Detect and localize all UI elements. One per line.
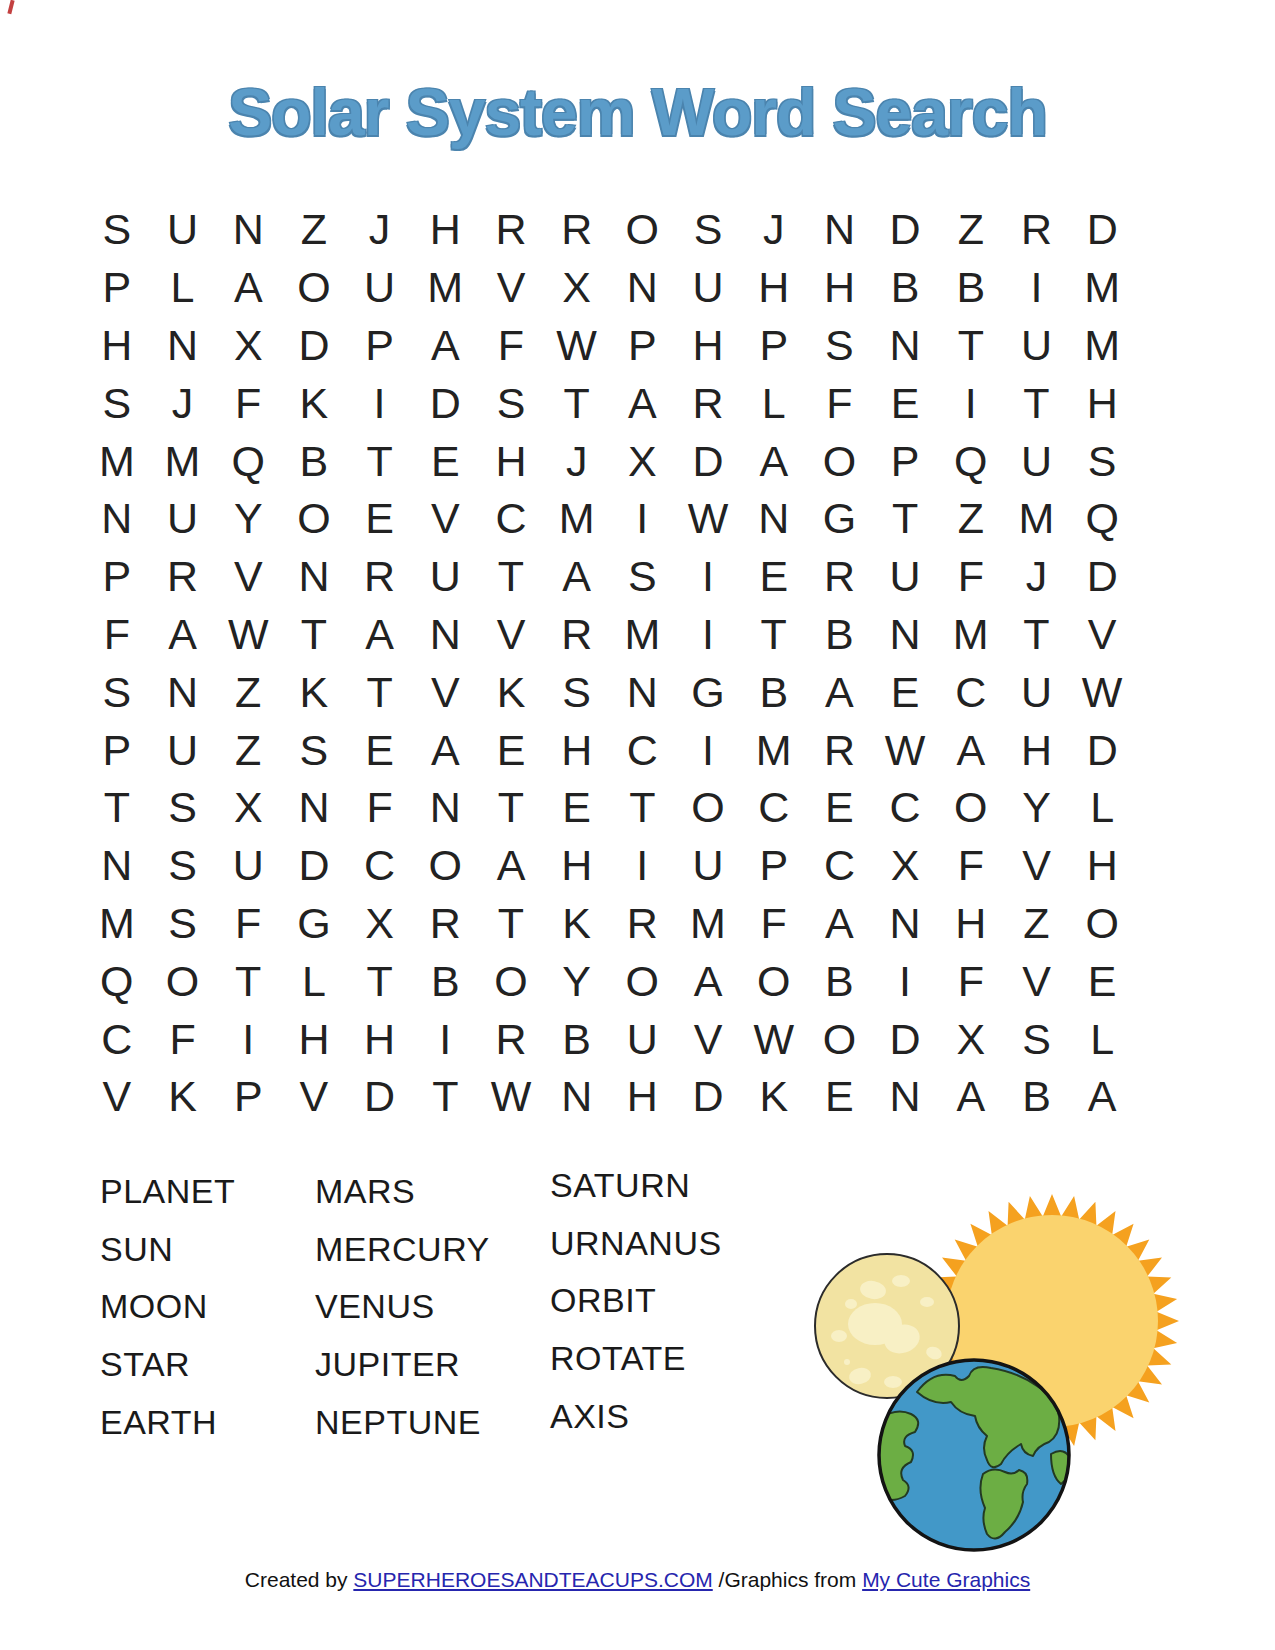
grid-cell-r8c14[interactable]: M [938, 606, 1004, 664]
grid-cell-r3c6[interactable]: A [412, 317, 478, 375]
grid-cell-r12c6[interactable]: O [412, 837, 478, 895]
grid-cell-r14c12[interactable]: B [807, 952, 873, 1010]
grid-cell-r2c14[interactable]: B [938, 259, 1004, 317]
grid-cell-r15c9[interactable]: U [610, 1010, 676, 1068]
grid-cell-r6c12[interactable]: G [807, 490, 873, 548]
grid-cell-r14c2[interactable]: O [150, 952, 216, 1010]
grid-cell-r9c7[interactable]: K [478, 663, 544, 721]
grid-cell-r7c6[interactable]: U [412, 548, 478, 606]
grid-cell-r14c16[interactable]: E [1069, 952, 1135, 1010]
grid-cell-r10c12[interactable]: R [807, 721, 873, 779]
grid-cell-r3c12[interactable]: S [807, 317, 873, 375]
grid-cell-r16c7[interactable]: W [478, 1068, 544, 1126]
grid-cell-r12c15[interactable]: V [1004, 837, 1070, 895]
grid-cell-r15c3[interactable]: I [215, 1010, 281, 1068]
grid-cell-r6c9[interactable]: I [610, 490, 676, 548]
grid-cell-r11c15[interactable]: Y [1004, 779, 1070, 837]
grid-cell-r9c15[interactable]: U [1004, 663, 1070, 721]
grid-cell-r5c12[interactable]: O [807, 432, 873, 490]
grid-cell-r14c15[interactable]: V [1004, 952, 1070, 1010]
grid-cell-r8c13[interactable]: N [872, 606, 938, 664]
grid-cell-r12c14[interactable]: F [938, 837, 1004, 895]
grid-cell-r10c5[interactable]: E [347, 721, 413, 779]
word-list-column-3: SATURNURNANUSORBITROTATEAXIS [550, 1157, 722, 1445]
grid-cell-r2c11[interactable]: H [741, 259, 807, 317]
grid-cell-r16c16[interactable]: A [1069, 1068, 1135, 1126]
word-list-column-2: MARSMERCURYVENUSJUPITERNEPTUNE [315, 1163, 490, 1451]
grid-cell-r5c16[interactable]: S [1069, 432, 1135, 490]
grid-cell-r15c11[interactable]: W [741, 1010, 807, 1068]
grid-cell-r10c10[interactable]: I [675, 721, 741, 779]
grid-cell-r2c13[interactable]: B [872, 259, 938, 317]
grid-cell-r8c12[interactable]: B [807, 606, 873, 664]
grid-cell-r12c9[interactable]: I [610, 837, 676, 895]
grid-cell-r13c16[interactable]: O [1069, 895, 1135, 953]
grid-cell-r7c8[interactable]: A [544, 548, 610, 606]
grid-cell-r6c3[interactable]: Y [215, 490, 281, 548]
grid-cell-r13c13[interactable]: N [872, 895, 938, 953]
grid-cell-r4c9[interactable]: A [610, 374, 676, 432]
grid-cell-r6c11[interactable]: N [741, 490, 807, 548]
word-list-item-star: STAR [100, 1336, 235, 1394]
grid-cell-r11c13[interactable]: C [872, 779, 938, 837]
grid-cell-r12c8[interactable]: H [544, 837, 610, 895]
grid-cell-r12c3[interactable]: U [215, 837, 281, 895]
grid-cell-r13c8[interactable]: K [544, 895, 610, 953]
grid-cell-r6c5[interactable]: E [347, 490, 413, 548]
grid-cell-r13c3[interactable]: F [215, 895, 281, 953]
word-list-item-rotate: ROTATE [550, 1330, 722, 1388]
grid-cell-r4c8[interactable]: T [544, 374, 610, 432]
grid-cell-r15c4[interactable]: H [281, 1010, 347, 1068]
grid-cell-r8c9[interactable]: M [610, 606, 676, 664]
grid-cell-r9c8[interactable]: S [544, 663, 610, 721]
grid-cell-r15c1[interactable]: C [84, 1010, 150, 1068]
grid-cell-r3c15[interactable]: U [1004, 317, 1070, 375]
scan-artifact [7, 0, 14, 14]
grid-cell-r10c11[interactable]: M [741, 721, 807, 779]
grid-cell-r12c13[interactable]: X [872, 837, 938, 895]
grid-cell-r3c7[interactable]: F [478, 317, 544, 375]
grid-cell-r3c1[interactable]: H [84, 317, 150, 375]
grid-cell-r4c4[interactable]: K [281, 374, 347, 432]
grid-cell-r2c15[interactable]: I [1004, 259, 1070, 317]
grid-cell-r14c9[interactable]: O [610, 952, 676, 1010]
grid-cell-r7c5[interactable]: R [347, 548, 413, 606]
word-list-item-saturn: SATURN [550, 1157, 722, 1215]
worksheet-page: Solar System Word Search SUNZJHRROSJNDZR… [0, 0, 1275, 1650]
grid-cell-r10c3[interactable]: Z [215, 721, 281, 779]
word-list-item-earth: EARTH [100, 1393, 235, 1451]
grid-cell-r7c7[interactable]: T [478, 548, 544, 606]
grid-cell-r1c12[interactable]: N [807, 201, 873, 259]
grid-cell-r11c14[interactable]: O [938, 779, 1004, 837]
grid-cell-r1c15[interactable]: R [1004, 201, 1070, 259]
grid-cell-r9c12[interactable]: A [807, 663, 873, 721]
grid-cell-r9c3[interactable]: Z [215, 663, 281, 721]
grid-cell-r13c12[interactable]: A [807, 895, 873, 953]
grid-cell-r10c9[interactable]: C [610, 721, 676, 779]
grid-cell-r10c13[interactable]: W [872, 721, 938, 779]
grid-cell-r9c9[interactable]: N [610, 663, 676, 721]
grid-cell-r11c12[interactable]: E [807, 779, 873, 837]
grid-cell-r15c16[interactable]: L [1069, 1010, 1135, 1068]
grid-cell-r15c14[interactable]: X [938, 1010, 1004, 1068]
grid-cell-r16c10[interactable]: D [675, 1068, 741, 1126]
grid-cell-r7c2[interactable]: R [150, 548, 216, 606]
grid-cell-r2c3[interactable]: A [215, 259, 281, 317]
grid-cell-r1c6[interactable]: H [412, 201, 478, 259]
grid-cell-r1c10[interactable]: S [675, 201, 741, 259]
grid-cell-r5c2[interactable]: M [150, 432, 216, 490]
word-list-item-mercury: MERCURY [315, 1221, 490, 1279]
grid-cell-r7c12[interactable]: R [807, 548, 873, 606]
grid-cell-r9c11[interactable]: B [741, 663, 807, 721]
grid-cell-r11c11[interactable]: C [741, 779, 807, 837]
word-list-item-urnanus: URNANUS [550, 1215, 722, 1273]
grid-cell-r4c6[interactable]: D [412, 374, 478, 432]
grid-cell-r7c13[interactable]: U [872, 548, 938, 606]
grid-cell-r14c3[interactable]: T [215, 952, 281, 1010]
grid-cell-r15c15[interactable]: S [1004, 1010, 1070, 1068]
grid-cell-r13c15[interactable]: Z [1004, 895, 1070, 953]
grid-cell-r10c15[interactable]: H [1004, 721, 1070, 779]
grid-cell-r4c7[interactable]: S [478, 374, 544, 432]
grid-cell-r14c11[interactable]: O [741, 952, 807, 1010]
grid-cell-r2c9[interactable]: N [610, 259, 676, 317]
footer-created-by: Created by [245, 1568, 354, 1591]
grid-cell-r12c2[interactable]: S [150, 837, 216, 895]
grid-cell-r9c6[interactable]: V [412, 663, 478, 721]
word-search-grid: SUNZJHRROSJNDZRDPLAOUMVXNUHHBBIMHNXDPAFW… [84, 201, 1135, 1126]
word-list-item-neptune: NEPTUNE [315, 1393, 490, 1451]
grid-cell-r6c1[interactable]: N [84, 490, 150, 548]
grid-cell-r3c5[interactable]: P [347, 317, 413, 375]
grid-cell-r2c8[interactable]: X [544, 259, 610, 317]
grid-cell-r4c10[interactable]: R [675, 374, 741, 432]
grid-cell-r4c14[interactable]: I [938, 374, 1004, 432]
grid-cell-r1c13[interactable]: D [872, 201, 938, 259]
grid-cell-r3c11[interactable]: P [741, 317, 807, 375]
word-list-item-venus: VENUS [315, 1278, 490, 1336]
grid-cell-r6c13[interactable]: T [872, 490, 938, 548]
grid-cell-r5c8[interactable]: J [544, 432, 610, 490]
grid-cell-r10c4[interactable]: S [281, 721, 347, 779]
grid-cell-r7c14[interactable]: F [938, 548, 1004, 606]
grid-cell-r3c2[interactable]: N [150, 317, 216, 375]
grid-cell-r1c5[interactable]: J [347, 201, 413, 259]
grid-cell-r12c16[interactable]: H [1069, 837, 1135, 895]
grid-cell-r5c10[interactable]: D [675, 432, 741, 490]
grid-cell-r5c1[interactable]: M [84, 432, 150, 490]
grid-cell-r6c16[interactable]: Q [1069, 490, 1135, 548]
grid-cell-r5c6[interactable]: E [412, 432, 478, 490]
grid-cell-r6c4[interactable]: O [281, 490, 347, 548]
grid-cell-r9c13[interactable]: E [872, 663, 938, 721]
word-list-item-sun: SUN [100, 1221, 235, 1279]
grid-cell-r8c6[interactable]: N [412, 606, 478, 664]
grid-cell-r3c3[interactable]: X [215, 317, 281, 375]
grid-cell-r8c16[interactable]: V [1069, 606, 1135, 664]
grid-cell-r6c6[interactable]: V [412, 490, 478, 548]
grid-cell-r1c8[interactable]: R [544, 201, 610, 259]
grid-cell-r16c13[interactable]: N [872, 1068, 938, 1126]
footer-link-mycutegraphics[interactable]: My Cute Graphics [862, 1568, 1030, 1591]
grid-cell-r8c10[interactable]: I [675, 606, 741, 664]
grid-cell-r2c12[interactable]: H [807, 259, 873, 317]
grid-cell-r4c15[interactable]: T [1004, 374, 1070, 432]
grid-cell-r15c7[interactable]: R [478, 1010, 544, 1068]
grid-cell-r13c14[interactable]: H [938, 895, 1004, 953]
grid-cell-r11c10[interactable]: O [675, 779, 741, 837]
grid-cell-r1c14[interactable]: Z [938, 201, 1004, 259]
grid-cell-r6c8[interactable]: M [544, 490, 610, 548]
grid-cell-r14c1[interactable]: Q [84, 952, 150, 1010]
grid-cell-r12c11[interactable]: P [741, 837, 807, 895]
grid-cell-r10c1[interactable]: P [84, 721, 150, 779]
grid-cell-r14c13[interactable]: I [872, 952, 938, 1010]
grid-cell-r15c2[interactable]: F [150, 1010, 216, 1068]
grid-cell-r7c1[interactable]: P [84, 548, 150, 606]
grid-cell-r3c16[interactable]: M [1069, 317, 1135, 375]
grid-cell-r12c4[interactable]: D [281, 837, 347, 895]
word-list-item-moon: MOON [100, 1278, 235, 1336]
grid-cell-r11c1[interactable]: T [84, 779, 150, 837]
grid-cell-r12c12[interactable]: C [807, 837, 873, 895]
word-list-item-planet: PLANET [100, 1163, 235, 1221]
grid-cell-r12c10[interactable]: U [675, 837, 741, 895]
grid-cell-r1c11[interactable]: J [741, 201, 807, 259]
grid-cell-r12c1[interactable]: N [84, 837, 150, 895]
grid-cell-r15c8[interactable]: B [544, 1010, 610, 1068]
grid-cell-r11c2[interactable]: S [150, 779, 216, 837]
grid-cell-r5c9[interactable]: X [610, 432, 676, 490]
grid-cell-r4c16[interactable]: H [1069, 374, 1135, 432]
grid-cell-r12c7[interactable]: A [478, 837, 544, 895]
grid-cell-r1c7[interactable]: R [478, 201, 544, 259]
grid-cell-r9c10[interactable]: G [675, 663, 741, 721]
grid-cell-r1c4[interactable]: Z [281, 201, 347, 259]
word-list-item-orbit: ORBIT [550, 1272, 722, 1330]
word-list-item-axis: AXIS [550, 1387, 722, 1445]
footer: Created by SUPERHEROESANDTEACUPS.COM /Gr… [0, 1568, 1275, 1592]
grid-cell-r6c7[interactable]: C [478, 490, 544, 548]
grid-cell-r8c7[interactable]: V [478, 606, 544, 664]
grid-cell-r3c9[interactable]: P [610, 317, 676, 375]
word-list-item-mars: MARS [315, 1163, 490, 1221]
grid-cell-r2c7[interactable]: V [478, 259, 544, 317]
grid-cell-r3c14[interactable]: T [938, 317, 1004, 375]
grid-cell-r8c15[interactable]: T [1004, 606, 1070, 664]
solar-illustration [755, 1124, 1195, 1556]
grid-cell-r16c6[interactable]: T [412, 1068, 478, 1126]
grid-cell-r1c9[interactable]: O [610, 201, 676, 259]
grid-cell-r15c6[interactable]: I [412, 1010, 478, 1068]
grid-cell-r3c8[interactable]: W [544, 317, 610, 375]
grid-cell-r16c12[interactable]: E [807, 1068, 873, 1126]
grid-cell-r8c4[interactable]: T [281, 606, 347, 664]
grid-cell-r6c14[interactable]: Z [938, 490, 1004, 548]
grid-cell-r13c9[interactable]: R [610, 895, 676, 953]
grid-cell-r16c2[interactable]: K [150, 1068, 216, 1126]
grid-cell-r6c2[interactable]: U [150, 490, 216, 548]
grid-cell-r11c8[interactable]: E [544, 779, 610, 837]
grid-cell-r2c10[interactable]: U [675, 259, 741, 317]
grid-cell-r10c14[interactable]: A [938, 721, 1004, 779]
grid-cell-r13c2[interactable]: S [150, 895, 216, 953]
grid-cell-r7c16[interactable]: D [1069, 548, 1135, 606]
grid-cell-r16c11[interactable]: K [741, 1068, 807, 1126]
grid-cell-r13c1[interactable]: M [84, 895, 150, 953]
page-title: Solar System Word Search [0, 74, 1275, 150]
grid-cell-r13c4[interactable]: G [281, 895, 347, 953]
grid-cell-r2c4[interactable]: O [281, 259, 347, 317]
grid-cell-r10c2[interactable]: U [150, 721, 216, 779]
grid-cell-r9c1[interactable]: S [84, 663, 150, 721]
grid-cell-r14c6[interactable]: B [412, 952, 478, 1010]
grid-cell-r11c6[interactable]: N [412, 779, 478, 837]
grid-cell-r9c5[interactable]: T [347, 663, 413, 721]
grid-cell-r2c16[interactable]: M [1069, 259, 1135, 317]
grid-cell-r15c12[interactable]: O [807, 1010, 873, 1068]
grid-cell-r5c15[interactable]: U [1004, 432, 1070, 490]
grid-cell-r9c14[interactable]: C [938, 663, 1004, 721]
grid-cell-r5c5[interactable]: T [347, 432, 413, 490]
grid-cell-r1c3[interactable]: N [215, 201, 281, 259]
grid-cell-r10c8[interactable]: H [544, 721, 610, 779]
grid-cell-r13c6[interactable]: R [412, 895, 478, 953]
grid-cell-r10c7[interactable]: E [478, 721, 544, 779]
grid-cell-r5c7[interactable]: H [478, 432, 544, 490]
word-list-item-jupiter: JUPITER [315, 1336, 490, 1394]
grid-cell-r15c13[interactable]: D [872, 1010, 938, 1068]
grid-cell-r5c3[interactable]: Q [215, 432, 281, 490]
grid-cell-r4c11[interactable]: L [741, 374, 807, 432]
grid-cell-r7c3[interactable]: V [215, 548, 281, 606]
grid-cell-r13c7[interactable]: T [478, 895, 544, 953]
grid-cell-r9c16[interactable]: W [1069, 663, 1135, 721]
grid-cell-r11c9[interactable]: T [610, 779, 676, 837]
grid-cell-r14c10[interactable]: A [675, 952, 741, 1010]
grid-cell-r8c1[interactable]: F [84, 606, 150, 664]
grid-cell-r11c16[interactable]: L [1069, 779, 1135, 837]
grid-cell-r9c2[interactable]: N [150, 663, 216, 721]
grid-cell-r4c13[interactable]: E [872, 374, 938, 432]
grid-cell-r13c11[interactable]: F [741, 895, 807, 953]
grid-cell-r3c13[interactable]: N [872, 317, 938, 375]
grid-cell-r4c3[interactable]: F [215, 374, 281, 432]
grid-cell-r16c9[interactable]: H [610, 1068, 676, 1126]
grid-cell-r7c11[interactable]: E [741, 548, 807, 606]
grid-cell-r2c5[interactable]: U [347, 259, 413, 317]
grid-cell-r14c8[interactable]: Y [544, 952, 610, 1010]
grid-cell-r8c3[interactable]: W [215, 606, 281, 664]
grid-cell-r16c4[interactable]: V [281, 1068, 347, 1126]
grid-cell-r9c4[interactable]: K [281, 663, 347, 721]
grid-cell-r10c16[interactable]: D [1069, 721, 1135, 779]
grid-cell-r14c7[interactable]: O [478, 952, 544, 1010]
grid-cell-r5c11[interactable]: A [741, 432, 807, 490]
grid-cell-r3c10[interactable]: H [675, 317, 741, 375]
grid-cell-r4c2[interactable]: J [150, 374, 216, 432]
grid-cell-r7c9[interactable]: S [610, 548, 676, 606]
grid-cell-r3c4[interactable]: D [281, 317, 347, 375]
grid-cell-r12c5[interactable]: C [347, 837, 413, 895]
grid-cell-r5c13[interactable]: P [872, 432, 938, 490]
grid-cell-r16c15[interactable]: B [1004, 1068, 1070, 1126]
grid-cell-r8c8[interactable]: R [544, 606, 610, 664]
grid-cell-r6c15[interactable]: M [1004, 490, 1070, 548]
grid-cell-r11c3[interactable]: X [215, 779, 281, 837]
footer-graphics-from: /Graphics from [713, 1568, 862, 1591]
grid-cell-r8c11[interactable]: T [741, 606, 807, 664]
grid-cell-r6c10[interactable]: W [675, 490, 741, 548]
grid-cell-r16c1[interactable]: V [84, 1068, 150, 1126]
grid-cell-r5c4[interactable]: B [281, 432, 347, 490]
grid-cell-r16c5[interactable]: D [347, 1068, 413, 1126]
grid-cell-r16c14[interactable]: A [938, 1068, 1004, 1126]
grid-cell-r15c5[interactable]: H [347, 1010, 413, 1068]
grid-cell-r8c5[interactable]: A [347, 606, 413, 664]
footer-link-superheroes[interactable]: SUPERHEROESANDTEACUPS.COM [353, 1568, 712, 1591]
grid-cell-r14c4[interactable]: L [281, 952, 347, 1010]
grid-cell-r11c4[interactable]: N [281, 779, 347, 837]
grid-cell-r15c10[interactable]: V [675, 1010, 741, 1068]
grid-cell-r11c5[interactable]: F [347, 779, 413, 837]
grid-cell-r2c2[interactable]: L [150, 259, 216, 317]
grid-cell-r1c1[interactable]: S [84, 201, 150, 259]
grid-cell-r14c14[interactable]: F [938, 952, 1004, 1010]
grid-cell-r7c10[interactable]: I [675, 548, 741, 606]
grid-cell-r16c3[interactable]: P [215, 1068, 281, 1126]
grid-cell-r2c6[interactable]: M [412, 259, 478, 317]
grid-cell-r7c4[interactable]: N [281, 548, 347, 606]
grid-cell-r8c2[interactable]: A [150, 606, 216, 664]
grid-cell-r14c5[interactable]: T [347, 952, 413, 1010]
grid-cell-r1c16[interactable]: D [1069, 201, 1135, 259]
grid-cell-r1c2[interactable]: U [150, 201, 216, 259]
grid-cell-r4c5[interactable]: I [347, 374, 413, 432]
grid-cell-r16c8[interactable]: N [544, 1068, 610, 1126]
grid-cell-r10c6[interactable]: A [412, 721, 478, 779]
grid-cell-r4c1[interactable]: S [84, 374, 150, 432]
grid-cell-r2c1[interactable]: P [84, 259, 150, 317]
word-list-column-1: PLANETSUNMOONSTAREARTH [100, 1163, 235, 1451]
grid-cell-r13c5[interactable]: X [347, 895, 413, 953]
grid-cell-r4c12[interactable]: F [807, 374, 873, 432]
grid-cell-r11c7[interactable]: T [478, 779, 544, 837]
grid-cell-r5c14[interactable]: Q [938, 432, 1004, 490]
grid-cell-r13c10[interactable]: M [675, 895, 741, 953]
grid-cell-r7c15[interactable]: J [1004, 548, 1070, 606]
